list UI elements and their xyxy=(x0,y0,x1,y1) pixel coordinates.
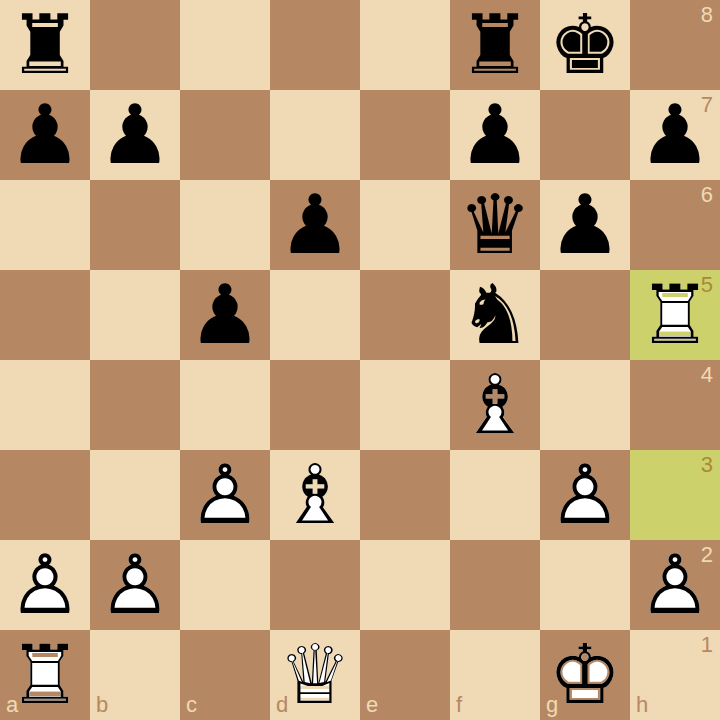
rank-label-6: 6 xyxy=(701,182,713,208)
square-c6[interactable] xyxy=(180,180,270,270)
black-pawn[interactable]: ♟ xyxy=(270,180,360,270)
black-pawn-icon: ♟ xyxy=(630,90,720,180)
rank-label-4: 4 xyxy=(701,362,713,388)
chess-board: ♜♜♚8♟♟♟7♟♟♛♟6♟♞5♜♖♝♗4♟♙♝♗♟♙3♟♙♟♙2♟♙a♜♖bc… xyxy=(0,0,720,720)
square-h8[interactable]: 8 xyxy=(630,0,720,90)
square-g6[interactable]: ♟ xyxy=(540,180,630,270)
square-h4[interactable]: 4 xyxy=(630,360,720,450)
black-knight-icon: ♞ xyxy=(450,270,540,360)
black-pawn[interactable]: ♟ xyxy=(90,90,180,180)
rank-label-3: 3 xyxy=(701,452,713,478)
square-h1[interactable]: 1h xyxy=(630,630,720,720)
square-c1[interactable]: c xyxy=(180,630,270,720)
square-h5[interactable]: 5♜♖ xyxy=(630,270,720,360)
white-pawn[interactable]: ♟♙ xyxy=(0,540,90,630)
black-rook-icon: ♜ xyxy=(0,0,90,90)
black-rook[interactable]: ♜ xyxy=(450,0,540,90)
square-f4[interactable]: ♝♗ xyxy=(450,360,540,450)
square-e7[interactable] xyxy=(360,90,450,180)
square-a8[interactable]: ♜ xyxy=(0,0,90,90)
black-pawn-icon: ♟ xyxy=(90,90,180,180)
file-label-c: c xyxy=(186,692,197,718)
square-d1[interactable]: d♛♕ xyxy=(270,630,360,720)
square-h3[interactable]: 3 xyxy=(630,450,720,540)
white-pawn[interactable]: ♟♙ xyxy=(540,450,630,540)
black-pawn-icon: ♟ xyxy=(180,270,270,360)
white-rook-outline-icon: ♖ xyxy=(630,270,720,360)
white-pawn-outline-icon: ♙ xyxy=(180,450,270,540)
square-e3[interactable] xyxy=(360,450,450,540)
white-pawn[interactable]: ♟♙ xyxy=(180,450,270,540)
square-d2[interactable] xyxy=(270,540,360,630)
white-rook-outline-icon: ♖ xyxy=(0,630,90,720)
white-king-outline-icon: ♔ xyxy=(540,630,630,720)
black-pawn[interactable]: ♟ xyxy=(450,90,540,180)
file-label-b: b xyxy=(96,692,108,718)
square-c8[interactable] xyxy=(180,0,270,90)
black-pawn-icon: ♟ xyxy=(540,180,630,270)
square-g2[interactable] xyxy=(540,540,630,630)
black-queen-icon: ♛ xyxy=(450,180,540,270)
square-b3[interactable] xyxy=(90,450,180,540)
white-pawn-outline-icon: ♙ xyxy=(0,540,90,630)
white-king[interactable]: ♚♔ xyxy=(540,630,630,720)
white-pawn[interactable]: ♟♙ xyxy=(630,540,720,630)
square-g4[interactable] xyxy=(540,360,630,450)
square-g5[interactable] xyxy=(540,270,630,360)
rank-label-1: 1 xyxy=(701,632,713,658)
square-c2[interactable] xyxy=(180,540,270,630)
square-d6[interactable]: ♟ xyxy=(270,180,360,270)
square-h6[interactable]: 6 xyxy=(630,180,720,270)
square-a4[interactable] xyxy=(0,360,90,450)
square-a5[interactable] xyxy=(0,270,90,360)
square-a6[interactable] xyxy=(0,180,90,270)
black-pawn[interactable]: ♟ xyxy=(630,90,720,180)
black-rook-icon: ♜ xyxy=(450,0,540,90)
square-d7[interactable] xyxy=(270,90,360,180)
square-e1[interactable]: e xyxy=(360,630,450,720)
square-b2[interactable]: ♟♙ xyxy=(90,540,180,630)
square-e5[interactable] xyxy=(360,270,450,360)
square-d8[interactable] xyxy=(270,0,360,90)
square-c7[interactable] xyxy=(180,90,270,180)
square-c3[interactable]: ♟♙ xyxy=(180,450,270,540)
black-pawn[interactable]: ♟ xyxy=(0,90,90,180)
square-b4[interactable] xyxy=(90,360,180,450)
square-e8[interactable] xyxy=(360,0,450,90)
square-a1[interactable]: a♜♖ xyxy=(0,630,90,720)
square-b8[interactable] xyxy=(90,0,180,90)
square-b5[interactable] xyxy=(90,270,180,360)
square-h2[interactable]: 2♟♙ xyxy=(630,540,720,630)
square-f2[interactable] xyxy=(450,540,540,630)
square-g1[interactable]: g♚♔ xyxy=(540,630,630,720)
black-pawn-icon: ♟ xyxy=(270,180,360,270)
board-container: ♜♜♚8♟♟♟7♟♟♛♟6♟♞5♜♖♝♗4♟♙♝♗♟♙3♟♙♟♙2♟♙a♜♖bc… xyxy=(0,0,720,720)
white-bishop[interactable]: ♝♗ xyxy=(450,360,540,450)
square-g7[interactable] xyxy=(540,90,630,180)
black-pawn-icon: ♟ xyxy=(0,90,90,180)
square-d5[interactable] xyxy=(270,270,360,360)
black-pawn[interactable]: ♟ xyxy=(540,180,630,270)
rank-label-8: 8 xyxy=(701,2,713,28)
white-rook[interactable]: ♜♖ xyxy=(630,270,720,360)
square-g3[interactable]: ♟♙ xyxy=(540,450,630,540)
black-king-icon: ♚ xyxy=(540,0,630,90)
white-bishop-outline-icon: ♗ xyxy=(270,450,360,540)
white-pawn-outline-icon: ♙ xyxy=(630,540,720,630)
white-bishop[interactable]: ♝♗ xyxy=(270,450,360,540)
white-pawn-outline-icon: ♙ xyxy=(540,450,630,540)
black-knight[interactable]: ♞ xyxy=(450,270,540,360)
square-d4[interactable] xyxy=(270,360,360,450)
square-f5[interactable]: ♞ xyxy=(450,270,540,360)
square-c5[interactable]: ♟ xyxy=(180,270,270,360)
square-a2[interactable]: ♟♙ xyxy=(0,540,90,630)
black-pawn[interactable]: ♟ xyxy=(180,270,270,360)
black-rook[interactable]: ♜ xyxy=(0,0,90,90)
square-b1[interactable]: b xyxy=(90,630,180,720)
white-pawn[interactable]: ♟♙ xyxy=(90,540,180,630)
white-queen[interactable]: ♛♕ xyxy=(270,630,360,720)
black-king[interactable]: ♚ xyxy=(540,0,630,90)
square-f6[interactable]: ♛ xyxy=(450,180,540,270)
square-e2[interactable] xyxy=(360,540,450,630)
square-b7[interactable]: ♟ xyxy=(90,90,180,180)
file-label-h: h xyxy=(636,692,648,718)
square-b6[interactable] xyxy=(90,180,180,270)
square-h7[interactable]: 7♟ xyxy=(630,90,720,180)
square-f1[interactable]: f xyxy=(450,630,540,720)
square-f7[interactable]: ♟ xyxy=(450,90,540,180)
square-f8[interactable]: ♜ xyxy=(450,0,540,90)
square-d3[interactable]: ♝♗ xyxy=(270,450,360,540)
white-bishop-outline-icon: ♗ xyxy=(450,360,540,450)
black-pawn-icon: ♟ xyxy=(450,90,540,180)
square-a3[interactable] xyxy=(0,450,90,540)
square-f3[interactable] xyxy=(450,450,540,540)
square-e4[interactable] xyxy=(360,360,450,450)
black-queen[interactable]: ♛ xyxy=(450,180,540,270)
white-queen-outline-icon: ♕ xyxy=(270,630,360,720)
square-e6[interactable] xyxy=(360,180,450,270)
white-pawn-outline-icon: ♙ xyxy=(90,540,180,630)
square-c4[interactable] xyxy=(180,360,270,450)
square-a7[interactable]: ♟ xyxy=(0,90,90,180)
white-rook[interactable]: ♜♖ xyxy=(0,630,90,720)
square-g8[interactable]: ♚ xyxy=(540,0,630,90)
file-label-e: e xyxy=(366,692,378,718)
file-label-f: f xyxy=(456,692,462,718)
